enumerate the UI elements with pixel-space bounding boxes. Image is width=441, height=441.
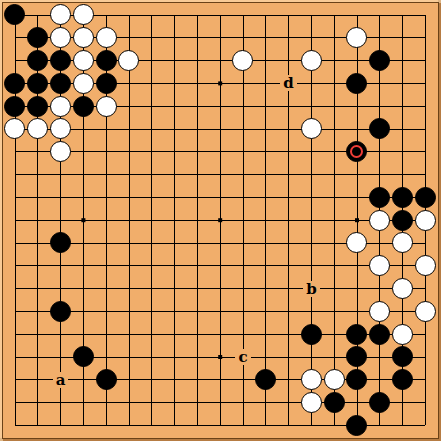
intersection-f18[interactable] xyxy=(118,26,141,49)
intersection-c15[interactable] xyxy=(49,95,72,118)
intersection-f5[interactable] xyxy=(118,323,141,346)
intersection-l7[interactable] xyxy=(232,277,255,300)
white-stone[interactable] xyxy=(415,255,436,276)
intersection-k16[interactable] xyxy=(209,72,232,95)
intersection-p11[interactable] xyxy=(323,186,346,209)
black-stone[interactable] xyxy=(346,141,367,162)
black-stone[interactable] xyxy=(50,232,71,253)
intersection-d9[interactable] xyxy=(72,232,95,255)
intersection-t12[interactable] xyxy=(414,163,437,186)
intersection-h15[interactable] xyxy=(163,95,186,118)
white-stone[interactable] xyxy=(50,27,71,48)
intersection-c9[interactable] xyxy=(49,232,72,255)
intersection-h3[interactable] xyxy=(163,368,186,391)
intersection-o10[interactable] xyxy=(300,209,323,232)
intersection-m3[interactable] xyxy=(254,368,277,391)
intersection-a16[interactable] xyxy=(4,72,27,95)
intersection-l8[interactable] xyxy=(232,254,255,277)
white-stone[interactable] xyxy=(50,141,71,162)
intersection-a12[interactable] xyxy=(4,163,27,186)
intersection-d8[interactable] xyxy=(72,254,95,277)
intersection-n16[interactable]: d xyxy=(277,72,300,95)
intersection-q15[interactable] xyxy=(346,95,369,118)
intersection-s2[interactable] xyxy=(391,391,414,414)
intersection-p10[interactable] xyxy=(323,209,346,232)
intersection-a6[interactable] xyxy=(4,300,27,323)
intersection-g5[interactable] xyxy=(140,323,163,346)
intersection-s4[interactable] xyxy=(391,346,414,369)
intersection-f16[interactable] xyxy=(118,72,141,95)
point-label-d[interactable]: d xyxy=(280,75,297,91)
intersection-e15[interactable] xyxy=(95,95,118,118)
intersection-h16[interactable] xyxy=(163,72,186,95)
black-stone[interactable] xyxy=(392,187,413,208)
intersection-l2[interactable] xyxy=(232,391,255,414)
intersection-j4[interactable] xyxy=(186,346,209,369)
white-stone[interactable] xyxy=(73,50,94,71)
intersection-b3[interactable] xyxy=(26,368,49,391)
intersection-k7[interactable] xyxy=(209,277,232,300)
intersection-h1[interactable] xyxy=(163,414,186,437)
intersection-l6[interactable] xyxy=(232,300,255,323)
intersection-r14[interactable] xyxy=(368,118,391,141)
white-stone[interactable] xyxy=(346,27,367,48)
intersection-c16[interactable] xyxy=(49,72,72,95)
intersection-a19[interactable] xyxy=(4,4,27,27)
intersection-e6[interactable] xyxy=(95,300,118,323)
intersection-a2[interactable] xyxy=(4,391,27,414)
intersection-j8[interactable] xyxy=(186,254,209,277)
intersection-e18[interactable] xyxy=(95,26,118,49)
intersection-p15[interactable] xyxy=(323,95,346,118)
intersection-d16[interactable] xyxy=(72,72,95,95)
intersection-n11[interactable] xyxy=(277,186,300,209)
white-stone[interactable] xyxy=(50,4,71,25)
intersection-n5[interactable] xyxy=(277,323,300,346)
intersection-r11[interactable] xyxy=(368,186,391,209)
intersection-t17[interactable] xyxy=(414,49,437,72)
intersection-l3[interactable] xyxy=(232,368,255,391)
intersection-b2[interactable] xyxy=(26,391,49,414)
black-stone[interactable] xyxy=(369,187,390,208)
intersection-l10[interactable] xyxy=(232,209,255,232)
intersection-t7[interactable] xyxy=(414,277,437,300)
black-stone[interactable] xyxy=(369,324,390,345)
black-stone[interactable] xyxy=(392,369,413,390)
intersection-h7[interactable] xyxy=(163,277,186,300)
intersection-k10[interactable] xyxy=(209,209,232,232)
intersection-j14[interactable] xyxy=(186,118,209,141)
intersection-f8[interactable] xyxy=(118,254,141,277)
point-label-a[interactable]: a xyxy=(53,372,69,388)
intersection-g10[interactable] xyxy=(140,209,163,232)
intersection-r13[interactable] xyxy=(368,140,391,163)
intersection-g14[interactable] xyxy=(140,118,163,141)
intersection-c11[interactable] xyxy=(49,186,72,209)
intersection-g12[interactable] xyxy=(140,163,163,186)
intersection-d19[interactable] xyxy=(72,4,95,27)
white-stone[interactable] xyxy=(96,96,117,117)
intersection-n3[interactable] xyxy=(277,368,300,391)
intersection-l16[interactable] xyxy=(232,72,255,95)
intersection-n17[interactable] xyxy=(277,49,300,72)
intersection-e1[interactable] xyxy=(95,414,118,437)
point-label-b[interactable]: b xyxy=(303,281,320,297)
intersection-p2[interactable] xyxy=(323,391,346,414)
intersection-q13[interactable] xyxy=(346,140,369,163)
intersection-j13[interactable] xyxy=(186,140,209,163)
intersection-s3[interactable] xyxy=(391,368,414,391)
white-stone[interactable] xyxy=(118,50,139,71)
intersection-h11[interactable] xyxy=(163,186,186,209)
intersection-d7[interactable] xyxy=(72,277,95,300)
white-stone[interactable] xyxy=(369,210,390,231)
intersection-c2[interactable] xyxy=(49,391,72,414)
intersection-j16[interactable] xyxy=(186,72,209,95)
intersection-c6[interactable] xyxy=(49,300,72,323)
intersection-t3[interactable] xyxy=(414,368,437,391)
intersection-e5[interactable] xyxy=(95,323,118,346)
black-stone[interactable] xyxy=(346,369,367,390)
intersection-g1[interactable] xyxy=(140,414,163,437)
intersection-j18[interactable] xyxy=(186,26,209,49)
intersection-j17[interactable] xyxy=(186,49,209,72)
intersection-h9[interactable] xyxy=(163,232,186,255)
intersection-e2[interactable] xyxy=(95,391,118,414)
intersection-c10[interactable] xyxy=(49,209,72,232)
intersection-l15[interactable] xyxy=(232,95,255,118)
intersection-q12[interactable] xyxy=(346,163,369,186)
intersection-s14[interactable] xyxy=(391,118,414,141)
white-stone[interactable] xyxy=(73,73,94,94)
intersection-o12[interactable] xyxy=(300,163,323,186)
intersection-s10[interactable] xyxy=(391,209,414,232)
intersection-o9[interactable] xyxy=(300,232,323,255)
intersection-o4[interactable] xyxy=(300,346,323,369)
intersection-n15[interactable] xyxy=(277,95,300,118)
intersection-f3[interactable] xyxy=(118,368,141,391)
intersection-g2[interactable] xyxy=(140,391,163,414)
intersection-p7[interactable] xyxy=(323,277,346,300)
intersection-b18[interactable] xyxy=(26,26,49,49)
intersection-c18[interactable] xyxy=(49,26,72,49)
black-stone[interactable] xyxy=(392,346,413,367)
intersection-t1[interactable] xyxy=(414,414,437,437)
intersection-t9[interactable] xyxy=(414,232,437,255)
intersection-r5[interactable] xyxy=(368,323,391,346)
intersection-k18[interactable] xyxy=(209,26,232,49)
intersection-k19[interactable] xyxy=(209,4,232,27)
intersection-s15[interactable] xyxy=(391,95,414,118)
intersection-c4[interactable] xyxy=(49,346,72,369)
intersection-a15[interactable] xyxy=(4,95,27,118)
black-stone[interactable] xyxy=(96,50,117,71)
intersection-b5[interactable] xyxy=(26,323,49,346)
black-stone[interactable] xyxy=(27,73,48,94)
intersection-p9[interactable] xyxy=(323,232,346,255)
intersection-p12[interactable] xyxy=(323,163,346,186)
intersection-l9[interactable] xyxy=(232,232,255,255)
intersection-p14[interactable] xyxy=(323,118,346,141)
intersection-t2[interactable] xyxy=(414,391,437,414)
intersection-o16[interactable] xyxy=(300,72,323,95)
intersection-f19[interactable] xyxy=(118,4,141,27)
intersection-m7[interactable] xyxy=(254,277,277,300)
intersection-h4[interactable] xyxy=(163,346,186,369)
intersection-s7[interactable] xyxy=(391,277,414,300)
intersection-k3[interactable] xyxy=(209,368,232,391)
intersection-r4[interactable] xyxy=(368,346,391,369)
intersection-g15[interactable] xyxy=(140,95,163,118)
intersection-k15[interactable] xyxy=(209,95,232,118)
black-stone[interactable] xyxy=(369,392,390,413)
intersection-h8[interactable] xyxy=(163,254,186,277)
white-stone[interactable] xyxy=(50,96,71,117)
black-stone[interactable] xyxy=(255,369,276,390)
intersection-m4[interactable] xyxy=(254,346,277,369)
intersection-s17[interactable] xyxy=(391,49,414,72)
intersection-d18[interactable] xyxy=(72,26,95,49)
intersection-q1[interactable] xyxy=(346,414,369,437)
black-stone[interactable] xyxy=(50,301,71,322)
intersection-t11[interactable] xyxy=(414,186,437,209)
intersection-d12[interactable] xyxy=(72,163,95,186)
intersection-k8[interactable] xyxy=(209,254,232,277)
intersection-t8[interactable] xyxy=(414,254,437,277)
black-stone[interactable] xyxy=(415,187,436,208)
intersection-q6[interactable] xyxy=(346,300,369,323)
intersection-a9[interactable] xyxy=(4,232,27,255)
intersection-p19[interactable] xyxy=(323,4,346,27)
intersection-f17[interactable] xyxy=(118,49,141,72)
intersection-g3[interactable] xyxy=(140,368,163,391)
white-stone[interactable] xyxy=(392,278,413,299)
intersection-k4[interactable] xyxy=(209,346,232,369)
intersection-a8[interactable] xyxy=(4,254,27,277)
intersection-k6[interactable] xyxy=(209,300,232,323)
intersection-e4[interactable] xyxy=(95,346,118,369)
intersection-a10[interactable] xyxy=(4,209,27,232)
white-stone[interactable] xyxy=(324,369,345,390)
intersection-m10[interactable] xyxy=(254,209,277,232)
intersection-b7[interactable] xyxy=(26,277,49,300)
intersection-b19[interactable] xyxy=(26,4,49,27)
white-stone[interactable] xyxy=(301,50,322,71)
intersection-n6[interactable] xyxy=(277,300,300,323)
intersection-d10[interactable] xyxy=(72,209,95,232)
intersection-o13[interactable] xyxy=(300,140,323,163)
intersection-r15[interactable] xyxy=(368,95,391,118)
intersection-c12[interactable] xyxy=(49,163,72,186)
intersection-c14[interactable] xyxy=(49,118,72,141)
intersection-r8[interactable] xyxy=(368,254,391,277)
intersection-a7[interactable] xyxy=(4,277,27,300)
intersection-p18[interactable] xyxy=(323,26,346,49)
intersection-o6[interactable] xyxy=(300,300,323,323)
intersection-o1[interactable] xyxy=(300,414,323,437)
intersection-m8[interactable] xyxy=(254,254,277,277)
intersection-q9[interactable] xyxy=(346,232,369,255)
intersection-r19[interactable] xyxy=(368,4,391,27)
intersection-q14[interactable] xyxy=(346,118,369,141)
black-stone[interactable] xyxy=(50,50,71,71)
intersection-o18[interactable] xyxy=(300,26,323,49)
intersection-r18[interactable] xyxy=(368,26,391,49)
intersection-p16[interactable] xyxy=(323,72,346,95)
black-stone[interactable] xyxy=(369,118,390,139)
intersection-n1[interactable] xyxy=(277,414,300,437)
intersection-n10[interactable] xyxy=(277,209,300,232)
intersection-n13[interactable] xyxy=(277,140,300,163)
intersection-o5[interactable] xyxy=(300,323,323,346)
intersection-b1[interactable] xyxy=(26,414,49,437)
intersection-l4[interactable]: c xyxy=(232,346,255,369)
intersection-q3[interactable] xyxy=(346,368,369,391)
intersection-t16[interactable] xyxy=(414,72,437,95)
intersection-m18[interactable] xyxy=(254,26,277,49)
white-stone[interactable] xyxy=(301,392,322,413)
intersection-p13[interactable] xyxy=(323,140,346,163)
intersection-a14[interactable] xyxy=(4,118,27,141)
intersection-h17[interactable] xyxy=(163,49,186,72)
intersection-s5[interactable] xyxy=(391,323,414,346)
intersection-g16[interactable] xyxy=(140,72,163,95)
intersection-t13[interactable] xyxy=(414,140,437,163)
intersection-e10[interactable] xyxy=(95,209,118,232)
white-stone[interactable] xyxy=(96,27,117,48)
intersection-q8[interactable] xyxy=(346,254,369,277)
intersection-t19[interactable] xyxy=(414,4,437,27)
intersection-o14[interactable] xyxy=(300,118,323,141)
intersection-l19[interactable] xyxy=(232,4,255,27)
intersection-j6[interactable] xyxy=(186,300,209,323)
intersection-j1[interactable] xyxy=(186,414,209,437)
intersection-m2[interactable] xyxy=(254,391,277,414)
intersection-b17[interactable] xyxy=(26,49,49,72)
intersection-t15[interactable] xyxy=(414,95,437,118)
black-stone[interactable] xyxy=(96,369,117,390)
white-stone[interactable] xyxy=(4,118,25,139)
intersection-j5[interactable] xyxy=(186,323,209,346)
intersection-p6[interactable] xyxy=(323,300,346,323)
intersection-c13[interactable] xyxy=(49,140,72,163)
intersection-o15[interactable] xyxy=(300,95,323,118)
black-stone[interactable] xyxy=(73,96,94,117)
intersection-q19[interactable] xyxy=(346,4,369,27)
intersection-l13[interactable] xyxy=(232,140,255,163)
intersection-p1[interactable] xyxy=(323,414,346,437)
intersection-o8[interactable] xyxy=(300,254,323,277)
intersection-h19[interactable] xyxy=(163,4,186,27)
intersection-h12[interactable] xyxy=(163,163,186,186)
intersection-c17[interactable] xyxy=(49,49,72,72)
intersection-f2[interactable] xyxy=(118,391,141,414)
intersection-f10[interactable] xyxy=(118,209,141,232)
intersection-r2[interactable] xyxy=(368,391,391,414)
intersection-g18[interactable] xyxy=(140,26,163,49)
black-stone[interactable] xyxy=(96,73,117,94)
intersection-a13[interactable] xyxy=(4,140,27,163)
intersection-s13[interactable] xyxy=(391,140,414,163)
intersection-s1[interactable] xyxy=(391,414,414,437)
intersection-q18[interactable] xyxy=(346,26,369,49)
black-stone[interactable] xyxy=(27,27,48,48)
point-label-c[interactable]: c xyxy=(235,349,250,365)
intersection-b4[interactable] xyxy=(26,346,49,369)
intersection-g6[interactable] xyxy=(140,300,163,323)
black-stone[interactable] xyxy=(346,324,367,345)
intersection-h13[interactable] xyxy=(163,140,186,163)
intersection-l14[interactable] xyxy=(232,118,255,141)
intersection-a3[interactable] xyxy=(4,368,27,391)
intersection-e13[interactable] xyxy=(95,140,118,163)
intersection-m14[interactable] xyxy=(254,118,277,141)
intersection-f12[interactable] xyxy=(118,163,141,186)
intersection-h18[interactable] xyxy=(163,26,186,49)
intersection-m5[interactable] xyxy=(254,323,277,346)
black-stone[interactable] xyxy=(324,392,345,413)
intersection-k13[interactable] xyxy=(209,140,232,163)
intersection-f15[interactable] xyxy=(118,95,141,118)
black-stone[interactable] xyxy=(369,50,390,71)
intersection-c8[interactable] xyxy=(49,254,72,277)
black-stone[interactable] xyxy=(346,415,367,436)
intersection-s18[interactable] xyxy=(391,26,414,49)
intersection-d15[interactable] xyxy=(72,95,95,118)
intersection-j15[interactable] xyxy=(186,95,209,118)
intersection-d13[interactable] xyxy=(72,140,95,163)
intersection-p4[interactable] xyxy=(323,346,346,369)
intersection-o11[interactable] xyxy=(300,186,323,209)
intersection-r16[interactable] xyxy=(368,72,391,95)
intersection-b16[interactable] xyxy=(26,72,49,95)
black-stone[interactable] xyxy=(27,96,48,117)
intersection-p8[interactable] xyxy=(323,254,346,277)
intersection-f13[interactable] xyxy=(118,140,141,163)
white-stone[interactable] xyxy=(301,118,322,139)
intersection-m9[interactable] xyxy=(254,232,277,255)
intersection-s11[interactable] xyxy=(391,186,414,209)
intersection-d17[interactable] xyxy=(72,49,95,72)
intersection-j9[interactable] xyxy=(186,232,209,255)
intersection-a5[interactable] xyxy=(4,323,27,346)
intersection-b9[interactable] xyxy=(26,232,49,255)
intersection-n9[interactable] xyxy=(277,232,300,255)
intersection-q17[interactable] xyxy=(346,49,369,72)
intersection-g13[interactable] xyxy=(140,140,163,163)
intersection-l17[interactable] xyxy=(232,49,255,72)
intersection-m1[interactable] xyxy=(254,414,277,437)
intersection-m15[interactable] xyxy=(254,95,277,118)
intersection-n14[interactable] xyxy=(277,118,300,141)
intersection-e17[interactable] xyxy=(95,49,118,72)
intersection-m12[interactable] xyxy=(254,163,277,186)
intersection-e3[interactable] xyxy=(95,368,118,391)
intersection-s12[interactable] xyxy=(391,163,414,186)
intersection-d2[interactable] xyxy=(72,391,95,414)
intersection-t18[interactable] xyxy=(414,26,437,49)
intersection-h14[interactable] xyxy=(163,118,186,141)
intersection-r9[interactable] xyxy=(368,232,391,255)
intersection-k2[interactable] xyxy=(209,391,232,414)
black-stone[interactable] xyxy=(73,346,94,367)
intersection-k5[interactable] xyxy=(209,323,232,346)
intersection-j19[interactable] xyxy=(186,4,209,27)
intersection-e16[interactable] xyxy=(95,72,118,95)
white-stone[interactable] xyxy=(415,210,436,231)
intersection-j3[interactable] xyxy=(186,368,209,391)
intersection-t4[interactable] xyxy=(414,346,437,369)
